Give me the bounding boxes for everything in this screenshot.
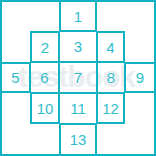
cell-r3c4: 8 [97,62,125,93]
cell-r2c3: 3 [59,31,97,62]
cell-r3c5: 9 [125,62,154,93]
cell-r5c2-empty [30,124,59,154]
cell-r2c4: 4 [97,31,125,62]
cell-r3c3: 7 [59,62,97,93]
cell-r4c4: 12 [97,93,125,124]
cell-r4c3: 11 [59,93,97,124]
cell-r1c5-empty [125,2,154,31]
number-cross-grid: testbook 1 2 3 4 5 6 7 8 9 10 11 12 13 [0,0,156,156]
cell-r1c1-empty [2,2,30,31]
cell-r2c1-empty [2,31,30,62]
cell-r5c1-empty [2,124,30,154]
cell-r4c5-empty [125,93,154,124]
cell-r2c5-empty [125,31,154,62]
cell-r3c1: 5 [2,62,30,93]
cell-r3c2: 6 [30,62,59,93]
cell-r5c5-empty [125,124,154,154]
cell-r1c4-empty [97,2,125,31]
cell-r5c3: 13 [59,124,97,154]
cell-r4c2: 10 [30,93,59,124]
cell-r1c3: 1 [59,2,97,31]
cell-r4c1-empty [2,93,30,124]
cell-r1c2-empty [30,2,59,31]
cell-r2c2: 2 [30,31,59,62]
cell-r5c4-empty [97,124,125,154]
